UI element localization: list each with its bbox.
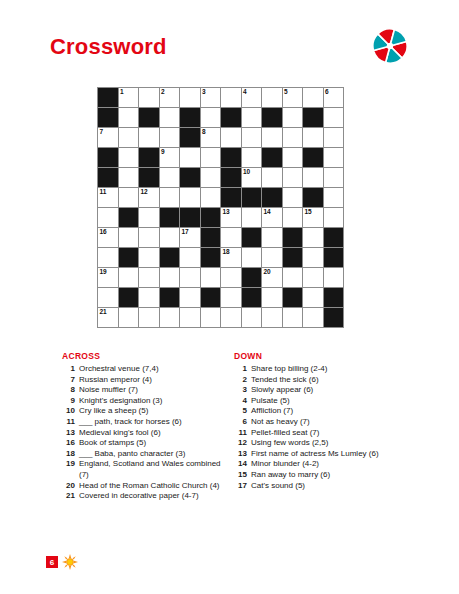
white-cell[interactable] bbox=[303, 168, 323, 187]
clue-text: ___ path, track for horses (6) bbox=[79, 417, 229, 428]
clue-text: Covered in decorative paper (4-7) bbox=[79, 491, 229, 502]
black-cell bbox=[180, 168, 200, 187]
white-cell[interactable] bbox=[180, 288, 200, 307]
across-clues: ACROSS 1Orchestral venue (7,4)7Russian e… bbox=[62, 351, 230, 502]
clue-text: Share top billing (2-4) bbox=[251, 364, 411, 375]
clue-text: Noise muffler (7) bbox=[79, 385, 229, 396]
black-cell bbox=[201, 228, 221, 247]
black-cell bbox=[180, 108, 200, 127]
white-cell[interactable] bbox=[283, 148, 303, 167]
white-cell[interactable] bbox=[119, 128, 139, 147]
clue-number: 10 bbox=[62, 406, 75, 417]
cell-number: 13 bbox=[223, 209, 230, 216]
white-cell[interactable] bbox=[180, 188, 200, 207]
clue-number: 13 bbox=[62, 428, 75, 439]
white-cell[interactable] bbox=[242, 308, 262, 327]
clue-number: 14 bbox=[234, 459, 247, 470]
white-cell[interactable] bbox=[324, 188, 344, 207]
crossword-grid: 123456789101112131415161718192021 bbox=[97, 87, 344, 328]
black-cell bbox=[303, 188, 323, 207]
clue-number: 1 bbox=[234, 364, 247, 375]
clue-number: 11 bbox=[234, 428, 247, 439]
white-cell[interactable] bbox=[139, 88, 159, 107]
black-cell bbox=[201, 208, 221, 227]
clue-item: 2Tended the sick (6) bbox=[234, 375, 412, 386]
white-cell[interactable] bbox=[119, 268, 139, 287]
white-cell[interactable] bbox=[201, 148, 221, 167]
cell-number: 8 bbox=[202, 129, 206, 136]
clue-item: 7Russian emperor (4) bbox=[62, 375, 230, 386]
white-cell[interactable] bbox=[262, 228, 282, 247]
white-cell[interactable] bbox=[324, 168, 344, 187]
clue-number: 19 bbox=[62, 459, 75, 480]
white-cell[interactable] bbox=[283, 108, 303, 127]
clue-number: 17 bbox=[234, 481, 247, 492]
white-cell[interactable] bbox=[221, 128, 241, 147]
clue-item: 21Covered in decorative paper (4-7) bbox=[62, 491, 230, 502]
white-cell[interactable] bbox=[324, 268, 344, 287]
white-cell[interactable] bbox=[119, 108, 139, 127]
white-cell[interactable] bbox=[180, 88, 200, 107]
white-cell[interactable] bbox=[242, 128, 262, 147]
white-cell[interactable] bbox=[283, 208, 303, 227]
white-cell[interactable] bbox=[283, 308, 303, 327]
black-cell bbox=[119, 248, 139, 267]
black-cell bbox=[221, 148, 241, 167]
white-cell[interactable] bbox=[201, 268, 221, 287]
white-cell[interactable]: 19 bbox=[98, 268, 118, 287]
clue-number: 5 bbox=[234, 406, 247, 417]
clue-item: 19England, Scotland and Wales combined (… bbox=[62, 459, 230, 480]
white-cell[interactable]: 6 bbox=[324, 88, 344, 107]
black-cell bbox=[160, 208, 180, 227]
black-cell bbox=[262, 108, 282, 127]
black-cell bbox=[98, 148, 118, 167]
clue-number: 2 bbox=[234, 375, 247, 386]
clue-text: England, Scotland and Wales combined (7) bbox=[79, 459, 229, 480]
white-cell[interactable]: 10 bbox=[242, 168, 262, 187]
black-cell bbox=[324, 288, 344, 307]
black-cell bbox=[180, 128, 200, 147]
clue-number: 16 bbox=[62, 438, 75, 449]
clue-number: 13 bbox=[234, 449, 247, 460]
black-cell bbox=[283, 248, 303, 267]
clue-item: 3Slowly appear (6) bbox=[234, 385, 412, 396]
white-cell[interactable] bbox=[139, 228, 159, 247]
black-cell bbox=[98, 168, 118, 187]
cell-number: 20 bbox=[264, 269, 271, 276]
white-cell[interactable] bbox=[324, 108, 344, 127]
white-cell[interactable] bbox=[180, 268, 200, 287]
white-cell[interactable] bbox=[242, 108, 262, 127]
white-cell[interactable] bbox=[201, 168, 221, 187]
white-cell[interactable] bbox=[160, 108, 180, 127]
white-cell[interactable] bbox=[119, 148, 139, 167]
white-cell[interactable]: 1 bbox=[119, 88, 139, 107]
white-cell[interactable]: 17 bbox=[180, 228, 200, 247]
clue-number: 11 bbox=[62, 417, 75, 428]
white-cell[interactable] bbox=[180, 308, 200, 327]
clue-number: 1 bbox=[62, 364, 75, 375]
white-cell[interactable] bbox=[98, 208, 118, 227]
black-cell bbox=[139, 168, 159, 187]
black-cell bbox=[201, 288, 221, 307]
white-cell[interactable]: 16 bbox=[98, 228, 118, 247]
white-cell[interactable] bbox=[324, 128, 344, 147]
clue-item: 11Pellet-filled seat (7) bbox=[234, 428, 412, 439]
black-cell bbox=[98, 88, 118, 107]
clue-item: 9Knight's designation (3) bbox=[62, 396, 230, 407]
cell-number: 15 bbox=[305, 209, 312, 216]
white-cell[interactable] bbox=[221, 228, 241, 247]
cell-number: 12 bbox=[141, 189, 148, 196]
clue-item: 13Medieval king's fool (6) bbox=[62, 428, 230, 439]
white-cell[interactable]: 9 bbox=[160, 148, 180, 167]
white-cell[interactable]: 14 bbox=[262, 208, 282, 227]
white-cell[interactable]: 12 bbox=[139, 188, 159, 207]
clue-number: 15 bbox=[234, 470, 247, 481]
clue-text: Pellet-filled seat (7) bbox=[251, 428, 411, 439]
white-cell[interactable]: 21 bbox=[98, 308, 118, 327]
black-cell bbox=[160, 288, 180, 307]
white-cell[interactable] bbox=[303, 248, 323, 267]
white-cell[interactable]: 7 bbox=[98, 128, 118, 147]
cell-number: 21 bbox=[100, 309, 107, 316]
white-cell[interactable]: 4 bbox=[242, 88, 262, 107]
clue-text: Ran away to marry (6) bbox=[251, 470, 411, 481]
black-cell bbox=[160, 248, 180, 267]
white-cell[interactable]: 3 bbox=[201, 88, 221, 107]
cell-number: 19 bbox=[100, 269, 107, 276]
black-cell bbox=[201, 248, 221, 267]
clue-number: 18 bbox=[62, 449, 75, 460]
black-cell bbox=[119, 208, 139, 227]
black-cell bbox=[180, 208, 200, 227]
white-cell[interactable] bbox=[303, 268, 323, 287]
white-cell[interactable] bbox=[160, 168, 180, 187]
white-cell[interactable] bbox=[139, 208, 159, 227]
clue-number: 4 bbox=[234, 396, 247, 407]
clue-number: 20 bbox=[62, 481, 75, 492]
cell-number: 3 bbox=[202, 89, 206, 96]
black-cell bbox=[324, 228, 344, 247]
white-cell[interactable] bbox=[119, 228, 139, 247]
white-cell[interactable] bbox=[283, 268, 303, 287]
white-cell[interactable] bbox=[180, 148, 200, 167]
white-cell[interactable] bbox=[262, 88, 282, 107]
magazine-page: Crossword 123456789101112131415161718192… bbox=[0, 0, 459, 594]
white-cell[interactable] bbox=[283, 188, 303, 207]
clue-text: Slowly appear (6) bbox=[251, 385, 411, 396]
clue-item: 6Not as heavy (7) bbox=[234, 417, 412, 428]
black-cell bbox=[242, 288, 262, 307]
white-cell[interactable] bbox=[139, 288, 159, 307]
white-cell[interactable] bbox=[242, 148, 262, 167]
clue-item: 1Share top billing (2-4) bbox=[234, 364, 412, 375]
cell-number: 14 bbox=[264, 209, 271, 216]
cell-number: 1 bbox=[120, 89, 124, 96]
cell-number: 9 bbox=[161, 149, 165, 156]
white-cell[interactable] bbox=[139, 128, 159, 147]
clue-item: 20Head of the Roman Catholic Church (4) bbox=[62, 481, 230, 492]
clue-item: 12Using few words (2,5) bbox=[234, 438, 412, 449]
clue-text: Knight's designation (3) bbox=[79, 396, 229, 407]
beach-ball-icon bbox=[371, 27, 409, 65]
clue-item: 10Cry like a sheep (5) bbox=[62, 406, 230, 417]
white-cell[interactable]: 11 bbox=[98, 188, 118, 207]
clue-number: 3 bbox=[234, 385, 247, 396]
clue-text: Affliction (7) bbox=[251, 406, 411, 417]
clue-item: 8Noise muffler (7) bbox=[62, 385, 230, 396]
white-cell[interactable] bbox=[160, 228, 180, 247]
white-cell[interactable] bbox=[262, 248, 282, 267]
white-cell[interactable] bbox=[221, 308, 241, 327]
white-cell[interactable] bbox=[283, 168, 303, 187]
page-number-badge: 6 bbox=[46, 556, 58, 568]
black-cell bbox=[221, 188, 241, 207]
clue-item: 16Book of stamps (5) bbox=[62, 438, 230, 449]
cell-number: 16 bbox=[100, 229, 107, 236]
white-cell[interactable] bbox=[139, 268, 159, 287]
white-cell[interactable]: 2 bbox=[160, 88, 180, 107]
black-cell bbox=[262, 188, 282, 207]
black-cell bbox=[324, 308, 344, 327]
white-cell[interactable] bbox=[98, 248, 118, 267]
clue-number: 8 bbox=[62, 385, 75, 396]
white-cell[interactable]: 20 bbox=[262, 268, 282, 287]
black-cell bbox=[242, 268, 262, 287]
white-cell[interactable] bbox=[201, 308, 221, 327]
cell-number: 11 bbox=[100, 189, 107, 196]
white-cell[interactable] bbox=[242, 208, 262, 227]
white-cell[interactable] bbox=[283, 128, 303, 147]
clue-text: First name of actress Ms Lumley (6) bbox=[251, 449, 411, 460]
cell-number: 4 bbox=[243, 89, 247, 96]
clue-number: 9 bbox=[62, 396, 75, 407]
white-cell[interactable] bbox=[119, 168, 139, 187]
clue-number: 21 bbox=[62, 491, 75, 502]
white-cell[interactable] bbox=[201, 188, 221, 207]
white-cell[interactable] bbox=[160, 308, 180, 327]
cell-number: 6 bbox=[325, 89, 329, 96]
white-cell[interactable] bbox=[303, 308, 323, 327]
white-cell[interactable] bbox=[139, 308, 159, 327]
white-cell[interactable] bbox=[303, 128, 323, 147]
clue-number: 12 bbox=[234, 438, 247, 449]
white-cell[interactable] bbox=[160, 268, 180, 287]
black-cell bbox=[324, 248, 344, 267]
clue-item: 14Minor blunder (4-2) bbox=[234, 459, 412, 470]
clue-item: 17Cat's sound (5) bbox=[234, 481, 412, 492]
white-cell[interactable] bbox=[139, 248, 159, 267]
clue-item: 4Pulsate (5) bbox=[234, 396, 412, 407]
clue-number: 7 bbox=[62, 375, 75, 386]
black-cell bbox=[139, 148, 159, 167]
clue-item: 1Orchestral venue (7,4) bbox=[62, 364, 230, 375]
white-cell[interactable] bbox=[201, 108, 221, 127]
black-cell bbox=[242, 188, 262, 207]
black-cell bbox=[221, 108, 241, 127]
white-cell[interactable] bbox=[262, 168, 282, 187]
clue-number: 6 bbox=[234, 417, 247, 428]
across-clue-list: 1Orchestral venue (7,4)7Russian emperor … bbox=[62, 364, 230, 502]
white-cell[interactable] bbox=[324, 148, 344, 167]
black-cell bbox=[119, 288, 139, 307]
clue-text: Not as heavy (7) bbox=[251, 417, 411, 428]
clue-item: 18___ Baba, panto character (3) bbox=[62, 449, 230, 460]
black-cell bbox=[221, 168, 241, 187]
white-cell[interactable] bbox=[262, 128, 282, 147]
clue-text: Orchestral venue (7,4) bbox=[79, 364, 229, 375]
clue-item: 15Ran away to marry (6) bbox=[234, 470, 412, 481]
white-cell[interactable] bbox=[303, 288, 323, 307]
clue-text: Russian emperor (4) bbox=[79, 375, 229, 386]
clue-text: Using few words (2,5) bbox=[251, 438, 411, 449]
cell-number: 2 bbox=[161, 89, 165, 96]
cell-number: 17 bbox=[182, 229, 189, 236]
white-cell[interactable] bbox=[180, 248, 200, 267]
white-cell[interactable] bbox=[262, 288, 282, 307]
black-cell bbox=[98, 108, 118, 127]
across-header: ACROSS bbox=[62, 351, 230, 361]
clue-text: Cry like a sheep (5) bbox=[79, 406, 229, 417]
white-cell[interactable] bbox=[303, 88, 323, 107]
black-cell bbox=[283, 288, 303, 307]
white-cell[interactable]: 18 bbox=[221, 248, 241, 267]
white-cell[interactable] bbox=[303, 228, 323, 247]
black-cell bbox=[303, 148, 323, 167]
black-cell bbox=[283, 228, 303, 247]
clue-text: Book of stamps (5) bbox=[79, 438, 229, 449]
down-clue-list: 1Share top billing (2-4)2Tended the sick… bbox=[234, 364, 412, 491]
cell-number: 10 bbox=[243, 169, 250, 176]
cell-number: 7 bbox=[100, 129, 104, 136]
black-cell bbox=[262, 148, 282, 167]
clue-text: Cat's sound (5) bbox=[251, 481, 411, 492]
white-cell[interactable] bbox=[119, 188, 139, 207]
clue-text: ___ Baba, panto character (3) bbox=[79, 449, 229, 460]
clue-item: 13First name of actress Ms Lumley (6) bbox=[234, 449, 412, 460]
white-cell[interactable] bbox=[221, 288, 241, 307]
page-title: Crossword bbox=[50, 34, 167, 60]
white-cell[interactable] bbox=[119, 308, 139, 327]
white-cell[interactable]: 13 bbox=[221, 208, 241, 227]
white-cell[interactable]: 15 bbox=[303, 208, 323, 227]
clue-item: 11___ path, track for horses (6) bbox=[62, 417, 230, 428]
white-cell[interactable]: 8 bbox=[201, 128, 221, 147]
white-cell[interactable] bbox=[98, 288, 118, 307]
cell-number: 5 bbox=[284, 89, 288, 96]
white-cell[interactable] bbox=[242, 248, 262, 267]
white-cell[interactable]: 5 bbox=[283, 88, 303, 107]
white-cell[interactable] bbox=[324, 208, 344, 227]
white-cell[interactable] bbox=[160, 128, 180, 147]
black-cell bbox=[139, 108, 159, 127]
clue-text: Tended the sick (6) bbox=[251, 375, 411, 386]
sun-icon bbox=[62, 554, 78, 570]
down-clues: DOWN 1Share top billing (2-4)2Tended the… bbox=[234, 351, 412, 491]
black-cell bbox=[242, 228, 262, 247]
white-cell[interactable] bbox=[221, 268, 241, 287]
white-cell[interactable] bbox=[221, 88, 241, 107]
black-cell bbox=[303, 108, 323, 127]
clue-text: Pulsate (5) bbox=[251, 396, 411, 407]
white-cell[interactable] bbox=[160, 188, 180, 207]
cell-number: 18 bbox=[223, 249, 230, 256]
clue-text: Medieval king's fool (6) bbox=[79, 428, 229, 439]
down-header: DOWN bbox=[234, 351, 412, 361]
white-cell[interactable] bbox=[262, 308, 282, 327]
clue-item: 5Affliction (7) bbox=[234, 406, 412, 417]
clue-text: Minor blunder (4-2) bbox=[251, 459, 411, 470]
clue-text: Head of the Roman Catholic Church (4) bbox=[79, 481, 229, 492]
